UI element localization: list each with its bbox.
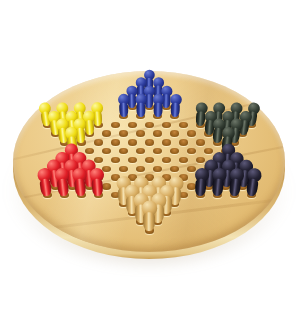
peg-black[interactable] bbox=[192, 168, 209, 197]
hole[interactable] bbox=[136, 130, 145, 137]
hole[interactable] bbox=[102, 130, 111, 137]
hole[interactable] bbox=[187, 130, 196, 137]
hole[interactable] bbox=[145, 122, 154, 129]
peg-blue[interactable] bbox=[116, 94, 129, 118]
peg-body bbox=[57, 178, 70, 196]
hole[interactable] bbox=[102, 148, 111, 155]
peg-body bbox=[212, 178, 224, 196]
hole[interactable] bbox=[162, 157, 171, 164]
peg-body bbox=[39, 178, 52, 197]
hole[interactable] bbox=[128, 122, 137, 129]
peg-black[interactable] bbox=[244, 167, 263, 197]
peg-body bbox=[91, 179, 103, 197]
hole[interactable] bbox=[119, 130, 128, 137]
hole[interactable] bbox=[162, 122, 171, 129]
hole[interactable] bbox=[153, 166, 162, 173]
peg-body bbox=[119, 103, 128, 118]
peg-body bbox=[229, 178, 242, 196]
product-photo bbox=[0, 0, 300, 320]
peg-blue[interactable] bbox=[151, 94, 164, 117]
hole[interactable] bbox=[187, 148, 196, 155]
hole[interactable] bbox=[128, 157, 137, 164]
hole[interactable] bbox=[145, 139, 154, 146]
hole[interactable] bbox=[170, 148, 179, 155]
peg-body bbox=[74, 178, 86, 196]
peg-red[interactable] bbox=[53, 167, 71, 197]
hole[interactable] bbox=[136, 148, 145, 155]
hole[interactable] bbox=[119, 166, 128, 173]
peg-body bbox=[153, 103, 162, 117]
peg-blue[interactable] bbox=[134, 94, 147, 117]
hole[interactable] bbox=[153, 130, 162, 137]
hole[interactable] bbox=[170, 166, 179, 173]
peg-body bbox=[246, 178, 259, 197]
peg-layer bbox=[0, 0, 300, 320]
peg-blue[interactable] bbox=[168, 94, 181, 118]
hole[interactable] bbox=[94, 139, 103, 146]
hole[interactable] bbox=[162, 139, 171, 146]
peg-body bbox=[143, 213, 155, 232]
hole[interactable] bbox=[119, 148, 128, 155]
hole[interactable] bbox=[179, 122, 188, 129]
hole[interactable] bbox=[136, 166, 145, 173]
hole[interactable] bbox=[85, 148, 94, 155]
hole[interactable] bbox=[111, 122, 120, 129]
peg-body bbox=[136, 103, 145, 117]
peg-black[interactable] bbox=[226, 167, 244, 197]
hole[interactable] bbox=[153, 148, 162, 155]
hole[interactable] bbox=[111, 139, 120, 146]
hole[interactable] bbox=[170, 130, 179, 137]
peg-body bbox=[195, 179, 207, 197]
hole[interactable] bbox=[179, 157, 188, 164]
peg-natural-wood[interactable] bbox=[141, 201, 157, 231]
hole[interactable] bbox=[111, 157, 120, 164]
hole[interactable] bbox=[128, 139, 137, 146]
hole[interactable] bbox=[196, 139, 205, 146]
peg-red[interactable] bbox=[88, 168, 105, 197]
peg-body bbox=[170, 103, 179, 118]
hole[interactable] bbox=[145, 157, 154, 164]
hole[interactable] bbox=[179, 139, 188, 146]
peg-black[interactable] bbox=[209, 168, 227, 197]
peg-red[interactable] bbox=[71, 168, 89, 197]
